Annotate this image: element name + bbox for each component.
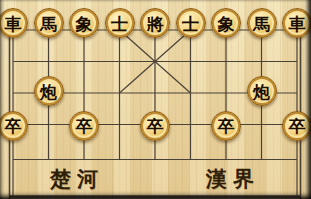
piece-black-soldier-a3[interactable]: 卒 — [0, 111, 28, 141]
piece-character: 馬 — [40, 15, 57, 32]
piece-black-advisor-d0[interactable]: 士 — [105, 8, 135, 38]
piece-character: 士 — [182, 15, 199, 32]
piece-character: 將 — [147, 15, 164, 32]
piece-black-advisor-f0[interactable]: 士 — [176, 8, 206, 38]
river-label-han-jie: 漢界 — [206, 165, 260, 193]
piece-black-horse-b0[interactable]: 馬 — [34, 8, 64, 38]
piece-black-elephant-c0[interactable]: 象 — [69, 8, 99, 38]
piece-black-soldier-g3[interactable]: 卒 — [211, 111, 241, 141]
piece-black-general-e0[interactable]: 將 — [140, 8, 170, 38]
piece-character: 卒 — [218, 118, 235, 135]
piece-character: 卒 — [289, 118, 306, 135]
piece-black-soldier-i3[interactable]: 卒 — [282, 111, 311, 141]
piece-character: 士 — [111, 15, 128, 32]
piece-black-cannon-b2[interactable]: 炮 — [34, 76, 64, 106]
river-label-chu-he: 楚河 — [50, 165, 104, 193]
piece-character: 象 — [218, 15, 235, 32]
piece-black-horse-h0[interactable]: 馬 — [247, 8, 277, 38]
piece-character: 卒 — [147, 118, 164, 135]
piece-black-chariot-i0[interactable]: 車 — [282, 8, 311, 38]
piece-black-soldier-c3[interactable]: 卒 — [69, 111, 99, 141]
piece-character: 卒 — [76, 118, 93, 135]
piece-black-soldier-e3[interactable]: 卒 — [140, 111, 170, 141]
piece-character: 象 — [76, 15, 93, 32]
piece-black-cannon-h2[interactable]: 炮 — [247, 76, 277, 106]
piece-character: 炮 — [253, 83, 270, 100]
piece-character: 車 — [5, 15, 22, 32]
piece-character: 卒 — [5, 118, 22, 135]
piece-character: 車 — [289, 15, 306, 32]
piece-character: 馬 — [253, 15, 270, 32]
piece-character: 炮 — [40, 83, 57, 100]
piece-black-elephant-g0[interactable]: 象 — [211, 8, 241, 38]
xiangqi-board[interactable]: 楚河 漢界 車馬象士將士象馬車炮炮卒卒卒卒卒 — [0, 0, 311, 199]
